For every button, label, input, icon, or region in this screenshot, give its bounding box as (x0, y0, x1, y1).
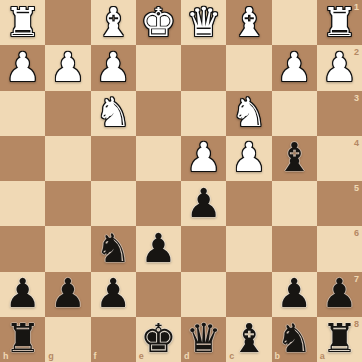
square-f5[interactable] (91, 181, 136, 226)
square-d2[interactable] (181, 45, 226, 90)
white-rook-a1[interactable]: ♜ (321, 2, 357, 42)
square-e4[interactable] (136, 136, 181, 181)
black-pawn-e6[interactable]: ♟ (140, 228, 176, 268)
square-h3[interactable] (0, 91, 45, 136)
white-knight-c3[interactable]: ♞ (231, 92, 267, 132)
square-d7[interactable] (181, 272, 226, 317)
square-h5[interactable] (0, 181, 45, 226)
white-king-e1[interactable]: ♚ (140, 2, 176, 42)
square-g5[interactable] (45, 181, 90, 226)
square-e7[interactable] (136, 272, 181, 317)
square-f3[interactable]: ♞ (91, 91, 136, 136)
square-c6[interactable] (226, 226, 271, 271)
black-pawn-f7[interactable]: ♟ (95, 273, 131, 313)
square-f6[interactable]: ♞ (91, 226, 136, 271)
black-king-e8[interactable]: ♚ (140, 318, 176, 358)
square-e1[interactable]: ♚ (136, 0, 181, 45)
square-a6[interactable]: 6 (317, 226, 362, 271)
white-bishop-f1[interactable]: ♝ (95, 2, 131, 42)
file-label-g: g (48, 351, 54, 361)
square-a7[interactable]: ♟7 (317, 272, 362, 317)
square-g1[interactable] (45, 0, 90, 45)
rank-label-3: 3 (354, 93, 359, 103)
square-b3[interactable] (272, 91, 317, 136)
white-pawn-g2[interactable]: ♟ (50, 47, 86, 87)
square-b2[interactable]: ♟ (272, 45, 317, 90)
white-pawn-d4[interactable]: ♟ (186, 137, 222, 177)
square-b1[interactable] (272, 0, 317, 45)
square-c5[interactable] (226, 181, 271, 226)
square-d5[interactable]: ♟ (181, 181, 226, 226)
square-d1[interactable]: ♛ (181, 0, 226, 45)
square-e6[interactable]: ♟ (136, 226, 181, 271)
square-f1[interactable]: ♝ (91, 0, 136, 45)
black-pawn-h7[interactable]: ♟ (5, 273, 41, 313)
square-a8[interactable]: ♜8a (317, 317, 362, 362)
black-pawn-a7[interactable]: ♟ (321, 273, 357, 313)
square-e3[interactable] (136, 91, 181, 136)
square-f2[interactable]: ♟ (91, 45, 136, 90)
square-a4[interactable]: 4 (317, 136, 362, 181)
square-d6[interactable] (181, 226, 226, 271)
square-h6[interactable] (0, 226, 45, 271)
black-bishop-c8[interactable]: ♝ (231, 318, 267, 358)
square-c7[interactable] (226, 272, 271, 317)
square-h7[interactable]: ♟ (0, 272, 45, 317)
file-label-f: f (94, 351, 97, 361)
black-pawn-g7[interactable]: ♟ (50, 273, 86, 313)
black-rook-h8[interactable]: ♜ (5, 318, 41, 358)
chess-board: ♜♝♚♛♝♜1♟♟♟♟♟2♞♞3♟♟♝4♟5♞♟6♟♟♟♟♟7♜hgf♚e♛d♝… (0, 0, 362, 362)
white-pawn-f2[interactable]: ♟ (95, 47, 131, 87)
white-pawn-c4[interactable]: ♟ (231, 137, 267, 177)
square-d4[interactable]: ♟ (181, 136, 226, 181)
square-a5[interactable]: 5 (317, 181, 362, 226)
square-c4[interactable]: ♟ (226, 136, 271, 181)
square-f8[interactable]: f (91, 317, 136, 362)
rank-label-6: 6 (354, 228, 359, 238)
black-knight-b8[interactable]: ♞ (276, 318, 312, 358)
square-g8[interactable]: g (45, 317, 90, 362)
square-a2[interactable]: ♟2 (317, 45, 362, 90)
square-g6[interactable] (45, 226, 90, 271)
square-c2[interactable] (226, 45, 271, 90)
black-knight-f6[interactable]: ♞ (95, 228, 131, 268)
rank-label-5: 5 (354, 183, 359, 193)
square-h4[interactable] (0, 136, 45, 181)
square-a1[interactable]: ♜1 (317, 0, 362, 45)
square-f4[interactable] (91, 136, 136, 181)
black-queen-d8[interactable]: ♛ (186, 318, 222, 358)
square-e2[interactable] (136, 45, 181, 90)
square-h1[interactable]: ♜ (0, 0, 45, 45)
white-rook-h1[interactable]: ♜ (5, 2, 41, 42)
square-g7[interactable]: ♟ (45, 272, 90, 317)
square-b6[interactable] (272, 226, 317, 271)
square-b5[interactable] (272, 181, 317, 226)
white-pawn-h2[interactable]: ♟ (5, 47, 41, 87)
square-g2[interactable]: ♟ (45, 45, 90, 90)
white-pawn-a2[interactable]: ♟ (321, 47, 357, 87)
white-queen-d1[interactable]: ♛ (186, 2, 222, 42)
square-d8[interactable]: ♛d (181, 317, 226, 362)
square-g3[interactable] (45, 91, 90, 136)
black-bishop-b4[interactable]: ♝ (276, 137, 312, 177)
square-b4[interactable]: ♝ (272, 136, 317, 181)
square-e5[interactable] (136, 181, 181, 226)
black-rook-a8[interactable]: ♜ (321, 318, 357, 358)
black-pawn-b7[interactable]: ♟ (276, 273, 312, 313)
square-f7[interactable]: ♟ (91, 272, 136, 317)
white-bishop-c1[interactable]: ♝ (231, 2, 267, 42)
square-h8[interactable]: ♜h (0, 317, 45, 362)
square-b8[interactable]: ♞b (272, 317, 317, 362)
white-knight-f3[interactable]: ♞ (95, 92, 131, 132)
black-pawn-d5[interactable]: ♟ (186, 183, 222, 223)
square-d3[interactable] (181, 91, 226, 136)
square-h2[interactable]: ♟ (0, 45, 45, 90)
rank-label-4: 4 (354, 138, 359, 148)
square-e8[interactable]: ♚e (136, 317, 181, 362)
square-c8[interactable]: ♝c (226, 317, 271, 362)
square-b7[interactable]: ♟ (272, 272, 317, 317)
square-g4[interactable] (45, 136, 90, 181)
square-a3[interactable]: 3 (317, 91, 362, 136)
square-c3[interactable]: ♞ (226, 91, 271, 136)
white-pawn-b2[interactable]: ♟ (276, 47, 312, 87)
square-c1[interactable]: ♝ (226, 0, 271, 45)
